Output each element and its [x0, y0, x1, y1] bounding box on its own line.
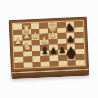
square-b1	[23, 62, 32, 68]
square-d1	[41, 61, 50, 67]
square-c1	[32, 61, 41, 67]
chess-board: ♜♚♞♟♟♟♟♟♟♞♝♟♟♟♚	[13, 21, 85, 68]
chess-set-photo: ♜♚♞♟♟♟♟♟♟♞♝♟♟♟♚	[0, 0, 98, 98]
square-a1	[15, 62, 24, 68]
square-f1	[58, 60, 67, 66]
square-h1	[76, 59, 85, 65]
square-g1	[67, 60, 76, 66]
chess-box: ♜♚♞♟♟♟♟♟♟♞♝♟♟♟♚	[9, 17, 89, 79]
square-e1	[50, 61, 59, 67]
chess-board-frame: ♜♚♞♟♟♟♟♟♟♞♝♟♟♟♚	[9, 17, 89, 72]
